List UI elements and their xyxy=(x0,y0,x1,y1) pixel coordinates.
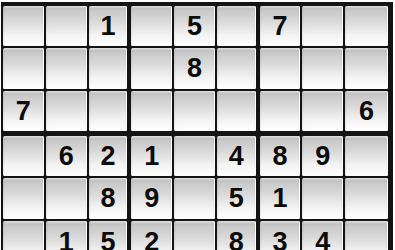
cell-tile xyxy=(345,178,388,219)
cell-r5c3[interactable]: 8 xyxy=(89,178,132,221)
digit: 8 xyxy=(229,229,244,250)
digit: 6 xyxy=(59,143,74,170)
cell-r3c2[interactable] xyxy=(46,91,89,136)
cell-tile: 2 xyxy=(131,221,172,250)
digit: 9 xyxy=(315,143,330,170)
cell-tile xyxy=(3,6,44,46)
cell-r3c3[interactable] xyxy=(89,91,132,136)
digit: 5 xyxy=(229,185,244,212)
digit: 7 xyxy=(16,98,31,125)
cell-tile xyxy=(174,91,215,131)
cell-r6c6[interactable]: 8 xyxy=(217,221,260,250)
cell-tile xyxy=(3,48,44,89)
cell-r5c5[interactable] xyxy=(174,178,217,221)
digit: 1 xyxy=(144,143,159,170)
cell-r4c7[interactable]: 8 xyxy=(260,136,303,178)
cell-r3c6[interactable] xyxy=(217,91,260,136)
cell-tile xyxy=(89,48,128,89)
cell-r4c9[interactable] xyxy=(345,136,388,178)
cell-tile: 6 xyxy=(46,136,87,176)
cell-tile xyxy=(302,48,343,89)
cell-r2c3[interactable] xyxy=(89,48,132,91)
cell-tile: 8 xyxy=(89,178,128,219)
cell-tile: 3 xyxy=(260,221,301,250)
cell-tile xyxy=(345,136,388,176)
cell-r3c7[interactable] xyxy=(260,91,303,136)
cell-tile: 9 xyxy=(131,178,172,219)
digit: 1 xyxy=(273,185,288,212)
cell-r1c9[interactable] xyxy=(345,6,388,48)
cell-tile: 1 xyxy=(89,6,128,46)
cell-r2c6[interactable] xyxy=(217,48,260,91)
cell-tile xyxy=(217,91,256,131)
cell-r2c5[interactable]: 8 xyxy=(174,48,217,91)
cell-tile xyxy=(345,48,388,89)
cell-r1c1[interactable] xyxy=(3,6,46,48)
cell-r6c5[interactable] xyxy=(174,221,217,250)
cell-r4c8[interactable]: 9 xyxy=(302,136,345,178)
cell-tile xyxy=(217,6,256,46)
cell-r1c5[interactable]: 5 xyxy=(174,6,217,48)
digit: 3 xyxy=(273,229,288,250)
cell-r1c6[interactable] xyxy=(217,6,260,48)
cell-r5c9[interactable] xyxy=(345,178,388,221)
digit: 5 xyxy=(187,13,202,40)
cell-tile: 1 xyxy=(131,136,172,176)
digit: 1 xyxy=(100,13,115,40)
cell-tile xyxy=(3,136,44,176)
cell-r1c7[interactable]: 7 xyxy=(260,6,303,48)
cell-r6c2[interactable]: 1 xyxy=(46,221,89,250)
cell-tile: 1 xyxy=(46,221,87,250)
cell-tile xyxy=(46,48,87,89)
cell-r2c9[interactable] xyxy=(345,48,388,91)
cell-r3c4[interactable] xyxy=(131,91,174,136)
cell-r2c8[interactable] xyxy=(302,48,345,91)
digit: 9 xyxy=(144,185,159,212)
cell-r5c6[interactable]: 5 xyxy=(217,178,260,221)
cell-tile xyxy=(3,178,44,219)
cell-tile xyxy=(46,91,87,131)
cell-r6c9[interactable] xyxy=(345,221,388,250)
digit: 1 xyxy=(59,229,74,250)
cell-tile: 5 xyxy=(89,221,128,250)
cell-r1c4[interactable] xyxy=(131,6,174,48)
cell-r2c4[interactable] xyxy=(131,48,174,91)
cell-tile: 7 xyxy=(260,6,301,46)
cell-r4c6[interactable]: 4 xyxy=(217,136,260,178)
sudoku-app: 1578766214898951152834 xyxy=(0,0,395,250)
cell-r3c5[interactable] xyxy=(174,91,217,136)
cell-tile: 4 xyxy=(217,136,256,176)
cell-tile xyxy=(131,48,172,89)
cell-r3c9[interactable]: 6 xyxy=(345,91,388,136)
cell-tile: 8 xyxy=(260,136,301,176)
cell-tile: 7 xyxy=(3,91,44,131)
cell-r3c8[interactable] xyxy=(302,91,345,136)
cell-r2c7[interactable] xyxy=(260,48,303,91)
cell-r6c4[interactable]: 2 xyxy=(131,221,174,250)
cell-tile: 8 xyxy=(174,48,215,89)
cell-tile xyxy=(174,178,215,219)
cell-tile xyxy=(131,6,172,46)
cell-tile xyxy=(260,48,301,89)
cell-tile: 1 xyxy=(260,178,301,219)
cell-tile xyxy=(302,6,343,46)
cell-tile: 2 xyxy=(89,136,128,176)
cell-r6c7[interactable]: 3 xyxy=(260,221,303,250)
cell-tile xyxy=(89,91,128,131)
cell-r6c3[interactable]: 5 xyxy=(89,221,132,250)
sudoku-grid: 1578766214898951152834 xyxy=(1,2,393,250)
cell-tile xyxy=(302,178,343,219)
cell-r6c1[interactable] xyxy=(3,221,46,250)
cell-r4c4[interactable]: 1 xyxy=(131,136,174,178)
cell-r2c1[interactable] xyxy=(3,48,46,91)
cell-tile: 4 xyxy=(302,221,343,250)
cell-r5c1[interactable] xyxy=(3,178,46,221)
cell-r5c2[interactable] xyxy=(46,178,89,221)
cell-r3c1[interactable]: 7 xyxy=(3,91,46,136)
cell-tile xyxy=(3,221,44,250)
digit: 5 xyxy=(100,229,115,250)
cell-tile xyxy=(260,91,301,131)
cell-tile: 5 xyxy=(174,6,215,46)
digit: 6 xyxy=(359,98,374,125)
digit: 4 xyxy=(229,143,244,170)
cell-tile xyxy=(174,136,215,176)
cell-r1c3[interactable]: 1 xyxy=(89,6,132,48)
cell-tile: 8 xyxy=(217,221,256,250)
cell-tile xyxy=(174,221,215,250)
cell-tile xyxy=(217,48,256,89)
digit: 2 xyxy=(144,229,159,250)
cell-tile xyxy=(46,6,87,46)
cell-r5c8[interactable] xyxy=(302,178,345,221)
cell-r4c1[interactable] xyxy=(3,136,46,178)
cell-tile xyxy=(302,91,343,131)
cell-tile xyxy=(46,178,87,219)
cell-tile xyxy=(345,221,388,250)
cell-r1c8[interactable] xyxy=(302,6,345,48)
cell-tile xyxy=(345,6,388,46)
cell-tile: 9 xyxy=(302,136,343,176)
cell-tile xyxy=(131,91,172,131)
cell-tile: 6 xyxy=(345,91,388,131)
cell-tile: 5 xyxy=(217,178,256,219)
cell-r4c2[interactable]: 6 xyxy=(46,136,89,178)
digit: 4 xyxy=(315,229,330,250)
cell-r4c5[interactable] xyxy=(174,136,217,178)
digit: 8 xyxy=(187,55,202,82)
digit: 2 xyxy=(100,143,115,170)
cell-r5c7[interactable]: 1 xyxy=(260,178,303,221)
cell-r4c3[interactable]: 2 xyxy=(89,136,132,178)
digit: 8 xyxy=(273,143,288,170)
digit: 7 xyxy=(273,13,288,40)
cell-r2c2[interactable] xyxy=(46,48,89,91)
cell-r6c8[interactable]: 4 xyxy=(302,221,345,250)
digit: 8 xyxy=(100,185,115,212)
cell-r5c4[interactable]: 9 xyxy=(131,178,174,221)
cell-r1c2[interactable] xyxy=(46,6,89,48)
